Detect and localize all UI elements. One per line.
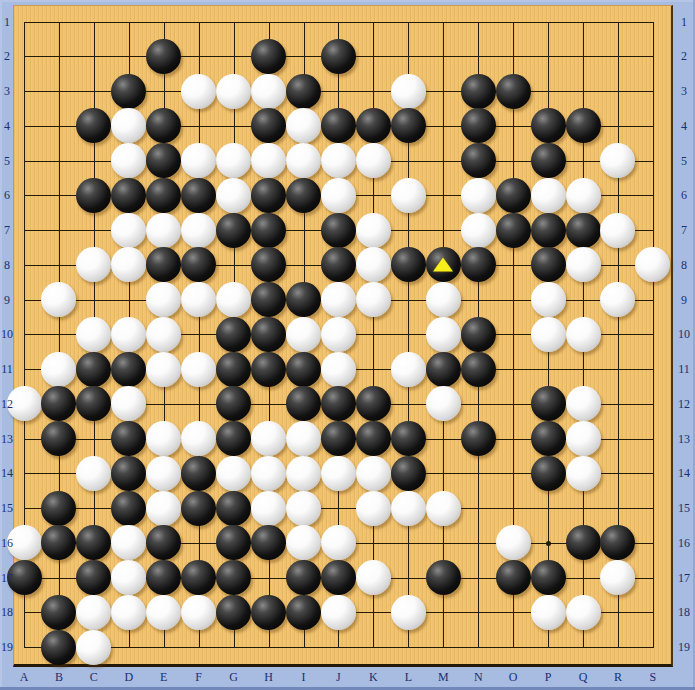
- black-stone-P4[interactable]: [531, 108, 566, 143]
- black-stone-N10[interactable]: [461, 317, 496, 352]
- coordinate-column-label-S: S: [642, 671, 664, 683]
- coordinate-row-label-right-13: 13: [675, 433, 693, 445]
- white-stone-E14[interactable]: [146, 456, 181, 491]
- black-stone-N13[interactable]: [461, 421, 496, 456]
- white-stone-J10[interactable]: [321, 317, 356, 352]
- white-stone-J6[interactable]: [321, 178, 356, 213]
- white-stone-K8[interactable]: [356, 247, 391, 282]
- white-stone-C10[interactable]: [76, 317, 111, 352]
- coordinate-row-label-right-2: 2: [675, 50, 693, 62]
- white-stone-H3[interactable]: [251, 74, 286, 109]
- white-stone-Q10[interactable]: [566, 317, 601, 352]
- white-stone-K7[interactable]: [356, 213, 391, 248]
- coordinate-row-label-left-13: 13: [0, 433, 14, 445]
- black-stone-E2[interactable]: [146, 39, 181, 74]
- coordinate-row-label-left-8: 8: [0, 259, 14, 271]
- black-stone-Q16[interactable]: [566, 525, 601, 560]
- coordinate-row-label-right-6: 6: [675, 189, 693, 201]
- white-stone-Q12[interactable]: [566, 386, 601, 421]
- last-move-marker-triangle: [433, 257, 453, 271]
- white-stone-E18[interactable]: [146, 595, 181, 630]
- white-stone-P6[interactable]: [531, 178, 566, 213]
- coordinate-row-label-left-7: 7: [0, 224, 14, 236]
- white-stone-G6[interactable]: [216, 178, 251, 213]
- white-stone-N6[interactable]: [461, 178, 496, 213]
- black-stone-I17[interactable]: [286, 560, 321, 595]
- black-stone-M17[interactable]: [426, 560, 461, 595]
- white-stone-D10[interactable]: [111, 317, 146, 352]
- black-stone-L8[interactable]: [391, 247, 426, 282]
- black-stone-P17[interactable]: [531, 560, 566, 595]
- coordinate-row-label-left-14: 14: [0, 467, 14, 479]
- black-stone-D15[interactable]: [111, 491, 146, 526]
- black-stone-G7[interactable]: [216, 213, 251, 248]
- black-stone-H9[interactable]: [251, 282, 286, 317]
- white-stone-J5[interactable]: [321, 143, 356, 178]
- black-stone-H6[interactable]: [251, 178, 286, 213]
- white-stone-I15[interactable]: [286, 491, 321, 526]
- coordinate-column-label-F: F: [188, 671, 210, 683]
- white-stone-G9[interactable]: [216, 282, 251, 317]
- coordinate-row-label-left-10: 10: [0, 328, 14, 340]
- coordinate-column-label-O: O: [502, 671, 524, 683]
- white-stone-F9[interactable]: [181, 282, 216, 317]
- white-stone-I10[interactable]: [286, 317, 321, 352]
- coordinate-row-label-left-1: 1: [0, 16, 14, 28]
- white-stone-J11[interactable]: [321, 352, 356, 387]
- black-stone-J4[interactable]: [321, 108, 356, 143]
- coordinate-column-label-K: K: [362, 671, 384, 683]
- black-stone-O3[interactable]: [496, 74, 531, 109]
- white-stone-N7[interactable]: [461, 213, 496, 248]
- black-stone-C6[interactable]: [76, 178, 111, 213]
- black-stone-Q7[interactable]: [566, 213, 601, 248]
- coordinate-row-label-right-8: 8: [675, 259, 693, 271]
- star-point-P16: [546, 541, 551, 546]
- coordinate-column-label-E: E: [153, 671, 175, 683]
- black-stone-C11[interactable]: [76, 352, 111, 387]
- white-stone-R7[interactable]: [600, 213, 635, 248]
- black-stone-H10[interactable]: [251, 317, 286, 352]
- white-stone-C18[interactable]: [76, 595, 111, 630]
- white-stone-L15[interactable]: [391, 491, 426, 526]
- white-stone-J18[interactable]: [321, 595, 356, 630]
- black-stone-F15[interactable]: [181, 491, 216, 526]
- grid-line-horizontal-1: [24, 22, 654, 23]
- white-stone-C14[interactable]: [76, 456, 111, 491]
- white-stone-J9[interactable]: [321, 282, 356, 317]
- white-stone-O16[interactable]: [496, 525, 531, 560]
- black-stone-I9[interactable]: [286, 282, 321, 317]
- coordinate-row-label-left-15: 15: [0, 502, 14, 514]
- coordinate-row-label-right-9: 9: [675, 294, 693, 306]
- coordinate-row-label-right-11: 11: [675, 363, 693, 375]
- black-stone-P13[interactable]: [531, 421, 566, 456]
- black-stone-G10[interactable]: [216, 317, 251, 352]
- coordinate-row-label-right-18: 18: [675, 606, 693, 618]
- coordinate-row-label-left-17: 17: [0, 572, 14, 584]
- black-stone-P12[interactable]: [531, 386, 566, 421]
- white-stone-D18[interactable]: [111, 595, 146, 630]
- white-stone-F7[interactable]: [181, 213, 216, 248]
- white-stone-K17[interactable]: [356, 560, 391, 595]
- black-stone-I18[interactable]: [286, 595, 321, 630]
- white-stone-M9[interactable]: [426, 282, 461, 317]
- black-stone-J13[interactable]: [321, 421, 356, 456]
- white-stone-Q8[interactable]: [566, 247, 601, 282]
- white-stone-L18[interactable]: [391, 595, 426, 630]
- black-stone-H11[interactable]: [251, 352, 286, 387]
- black-stone-B18[interactable]: [41, 595, 76, 630]
- white-stone-E10[interactable]: [146, 317, 181, 352]
- white-stone-I5[interactable]: [286, 143, 321, 178]
- black-stone-J12[interactable]: [321, 386, 356, 421]
- coordinate-column-label-D: D: [118, 671, 140, 683]
- black-stone-J8[interactable]: [321, 247, 356, 282]
- coordinate-row-label-right-1: 1: [675, 16, 693, 28]
- white-stone-P9[interactable]: [531, 282, 566, 317]
- white-stone-M15[interactable]: [426, 491, 461, 526]
- coordinate-row-label-right-4: 4: [675, 120, 693, 132]
- coordinate-row-label-right-10: 10: [675, 328, 693, 340]
- coordinate-row-label-left-19: 19: [0, 641, 14, 653]
- white-stone-E15[interactable]: [146, 491, 181, 526]
- black-stone-L13[interactable]: [391, 421, 426, 456]
- coordinate-row-label-right-3: 3: [675, 85, 693, 97]
- white-stone-P18[interactable]: [531, 595, 566, 630]
- coordinate-row-label-right-15: 15: [675, 502, 693, 514]
- white-stone-M12[interactable]: [426, 386, 461, 421]
- black-stone-J17[interactable]: [321, 560, 356, 595]
- coordinate-column-label-M: M: [432, 671, 454, 683]
- coordinate-column-label-R: R: [607, 671, 629, 683]
- black-stone-J7[interactable]: [321, 213, 356, 248]
- white-stone-M10[interactable]: [426, 317, 461, 352]
- coordinate-row-label-right-14: 14: [675, 467, 693, 479]
- white-stone-H15[interactable]: [251, 491, 286, 526]
- white-stone-G14[interactable]: [216, 456, 251, 491]
- black-stone-H2[interactable]: [251, 39, 286, 74]
- white-stone-F18[interactable]: [181, 595, 216, 630]
- black-stone-H7[interactable]: [251, 213, 286, 248]
- coordinate-row-label-left-3: 3: [0, 85, 14, 97]
- black-stone-D14[interactable]: [111, 456, 146, 491]
- white-stone-E11[interactable]: [146, 352, 181, 387]
- black-stone-G17[interactable]: [216, 560, 251, 595]
- white-stone-K15[interactable]: [356, 491, 391, 526]
- grid-line-horizontal-19: [24, 647, 654, 648]
- black-stone-K4[interactable]: [356, 108, 391, 143]
- black-stone-I3[interactable]: [286, 74, 321, 109]
- white-stone-F11[interactable]: [181, 352, 216, 387]
- coordinate-column-label-I: I: [293, 671, 315, 683]
- black-stone-M8[interactable]: [426, 247, 461, 282]
- black-stone-Q4[interactable]: [566, 108, 601, 143]
- coordinate-row-label-right-5: 5: [675, 155, 693, 167]
- coordinate-row-label-left-16: 16: [0, 537, 14, 549]
- white-stone-K9[interactable]: [356, 282, 391, 317]
- black-stone-O6[interactable]: [496, 178, 531, 213]
- black-stone-G18[interactable]: [216, 595, 251, 630]
- coordinate-column-label-A: A: [13, 671, 35, 683]
- black-stone-I6[interactable]: [286, 178, 321, 213]
- white-stone-F3[interactable]: [181, 74, 216, 109]
- black-stone-L14[interactable]: [391, 456, 426, 491]
- black-stone-G15[interactable]: [216, 491, 251, 526]
- white-stone-I14[interactable]: [286, 456, 321, 491]
- white-stone-G3[interactable]: [216, 74, 251, 109]
- white-stone-F13[interactable]: [181, 421, 216, 456]
- coordinate-column-label-N: N: [467, 671, 489, 683]
- black-stone-F14[interactable]: [181, 456, 216, 491]
- coordinate-column-label-L: L: [397, 671, 419, 683]
- coordinate-row-label-left-12: 12: [0, 398, 14, 410]
- coordinate-row-label-left-5: 5: [0, 155, 14, 167]
- white-stone-H14[interactable]: [251, 456, 286, 491]
- black-stone-N5[interactable]: [461, 143, 496, 178]
- black-stone-D6[interactable]: [111, 178, 146, 213]
- coordinate-column-label-Q: Q: [572, 671, 594, 683]
- white-stone-L3[interactable]: [391, 74, 426, 109]
- black-stone-E6[interactable]: [146, 178, 181, 213]
- coordinate-row-label-left-18: 18: [0, 606, 14, 618]
- coordinate-column-label-B: B: [48, 671, 70, 683]
- coordinate-row-label-left-11: 11: [0, 363, 14, 375]
- white-stone-H5[interactable]: [251, 143, 286, 178]
- white-stone-Q6[interactable]: [566, 178, 601, 213]
- coordinate-column-label-J: J: [327, 671, 349, 683]
- white-stone-P10[interactable]: [531, 317, 566, 352]
- black-stone-P5[interactable]: [531, 143, 566, 178]
- black-stone-F17[interactable]: [181, 560, 216, 595]
- black-stone-P7[interactable]: [531, 213, 566, 248]
- white-stone-B11[interactable]: [41, 352, 76, 387]
- white-stone-Q13[interactable]: [566, 421, 601, 456]
- black-stone-K13[interactable]: [356, 421, 391, 456]
- white-stone-K5[interactable]: [356, 143, 391, 178]
- black-stone-F6[interactable]: [181, 178, 216, 213]
- black-stone-L4[interactable]: [391, 108, 426, 143]
- black-stone-N11[interactable]: [461, 352, 496, 387]
- black-stone-K12[interactable]: [356, 386, 391, 421]
- coordinate-row-label-left-6: 6: [0, 189, 14, 201]
- coordinate-row-label-right-7: 7: [675, 224, 693, 236]
- black-stone-B15[interactable]: [41, 491, 76, 526]
- white-stone-H13[interactable]: [251, 421, 286, 456]
- white-stone-Q18[interactable]: [566, 595, 601, 630]
- coordinate-column-label-P: P: [537, 671, 559, 683]
- black-stone-P14[interactable]: [531, 456, 566, 491]
- black-stone-O17[interactable]: [496, 560, 531, 595]
- black-stone-N3[interactable]: [461, 74, 496, 109]
- black-stone-B19[interactable]: [41, 630, 76, 665]
- black-stone-I11[interactable]: [286, 352, 321, 387]
- black-stone-N8[interactable]: [461, 247, 496, 282]
- black-stone-M11[interactable]: [426, 352, 461, 387]
- white-stone-D7[interactable]: [111, 213, 146, 248]
- white-stone-L11[interactable]: [391, 352, 426, 387]
- coordinate-row-label-left-9: 9: [0, 294, 14, 306]
- coordinate-row-label-right-12: 12: [675, 398, 693, 410]
- coordinate-row-label-right-19: 19: [675, 641, 693, 653]
- go-app-window: ABCDEFGHIJKLMNOPQRS112233445566778899101…: [0, 0, 695, 690]
- coordinate-column-label-H: H: [258, 671, 280, 683]
- white-stone-J14[interactable]: [321, 456, 356, 491]
- coordinate-row-label-left-4: 4: [0, 120, 14, 132]
- coordinate-column-label-G: G: [223, 671, 245, 683]
- black-stone-D3[interactable]: [111, 74, 146, 109]
- coordinate-row-label-right-16: 16: [675, 537, 693, 549]
- black-stone-J2[interactable]: [321, 39, 356, 74]
- black-stone-N4[interactable]: [461, 108, 496, 143]
- coordinate-row-label-right-17: 17: [675, 572, 693, 584]
- coordinate-row-label-left-2: 2: [0, 50, 14, 62]
- black-stone-O7[interactable]: [496, 213, 531, 248]
- white-stone-J16[interactable]: [321, 525, 356, 560]
- black-stone-G13[interactable]: [216, 421, 251, 456]
- white-stone-C19[interactable]: [76, 630, 111, 665]
- black-stone-D11[interactable]: [111, 352, 146, 387]
- black-stone-H18[interactable]: [251, 595, 286, 630]
- coordinate-column-label-C: C: [83, 671, 105, 683]
- white-stone-F5[interactable]: [181, 143, 216, 178]
- white-stone-K14[interactable]: [356, 456, 391, 491]
- black-stone-P8[interactable]: [531, 247, 566, 282]
- black-stone-G11[interactable]: [216, 352, 251, 387]
- white-stone-Q14[interactable]: [566, 456, 601, 491]
- white-stone-I13[interactable]: [286, 421, 321, 456]
- white-stone-G5[interactable]: [216, 143, 251, 178]
- white-stone-L6[interactable]: [391, 178, 426, 213]
- white-stone-E7[interactable]: [146, 213, 181, 248]
